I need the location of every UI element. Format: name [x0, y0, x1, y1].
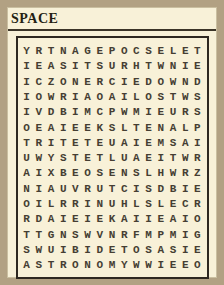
grid-cell[interactable]: U: [106, 196, 118, 211]
grid-cell[interactable]: A: [45, 59, 57, 74]
grid-cell[interactable]: I: [179, 227, 191, 242]
grid-cell[interactable]: H: [130, 59, 142, 74]
grid-cell[interactable]: I: [69, 89, 81, 104]
grid-cell[interactable]: N: [57, 227, 69, 242]
grid-cell[interactable]: Z: [191, 166, 203, 181]
grid-cell[interactable]: A: [106, 89, 118, 104]
grid-cell[interactable]: I: [57, 120, 69, 135]
grid-cell[interactable]: S: [142, 196, 154, 211]
grid-cell[interactable]: L: [130, 89, 142, 104]
grid-cell[interactable]: C: [94, 105, 106, 120]
grid-cell[interactable]: E: [106, 166, 118, 181]
grid-cell[interactable]: E: [94, 135, 106, 150]
grid-cell[interactable]: S: [94, 166, 106, 181]
grid-cell[interactable]: A: [69, 43, 81, 58]
grid-cell[interactable]: L: [118, 120, 130, 135]
grid-cell[interactable]: E: [69, 135, 81, 150]
grid-cell[interactable]: A: [118, 212, 130, 227]
grid-cell[interactable]: I: [45, 135, 57, 150]
grid-cell[interactable]: E: [191, 181, 203, 196]
grid-cell[interactable]: W: [33, 242, 45, 257]
grid-cell[interactable]: O: [118, 43, 130, 58]
grid-cell[interactable]: A: [45, 181, 57, 196]
grid-cell[interactable]: R: [179, 166, 191, 181]
grid-cell[interactable]: E: [179, 258, 191, 273]
grid-cell[interactable]: I: [179, 181, 191, 196]
grid-cell[interactable]: O: [33, 89, 45, 104]
grid-cell[interactable]: Y: [21, 43, 33, 58]
grid-cell[interactable]: P: [106, 43, 118, 58]
grid-cell[interactable]: N: [57, 43, 69, 58]
grid-cell[interactable]: R: [191, 150, 203, 165]
grid-cell[interactable]: W: [130, 258, 142, 273]
grid-cell[interactable]: G: [81, 43, 93, 58]
grid-cell[interactable]: M: [106, 258, 118, 273]
grid-cell[interactable]: L: [130, 196, 142, 211]
grid-cell[interactable]: E: [81, 120, 93, 135]
grid-cell[interactable]: I: [57, 242, 69, 257]
grid-cell[interactable]: S: [142, 242, 154, 257]
grid-cell[interactable]: D: [94, 242, 106, 257]
grid-cell[interactable]: A: [81, 89, 93, 104]
grid-cell[interactable]: R: [118, 59, 130, 74]
grid-cell[interactable]: L: [155, 196, 167, 211]
grid-cell[interactable]: T: [130, 120, 142, 135]
grid-cell[interactable]: O: [191, 212, 203, 227]
grid-cell[interactable]: D: [191, 74, 203, 89]
grid-cell[interactable]: E: [81, 150, 93, 165]
grid-cell[interactable]: T: [94, 150, 106, 165]
grid-cell[interactable]: W: [45, 89, 57, 104]
grid-cell[interactable]: O: [81, 166, 93, 181]
title-underline: [8, 29, 216, 31]
grid-cell[interactable]: W: [33, 150, 45, 165]
grid-cell[interactable]: L: [179, 120, 191, 135]
grid-cell[interactable]: I: [130, 212, 142, 227]
grid-cell[interactable]: G: [45, 227, 57, 242]
grid-cell[interactable]: E: [167, 196, 179, 211]
grid-cell[interactable]: U: [57, 181, 69, 196]
grid-cell[interactable]: N: [69, 74, 81, 89]
grid-cell[interactable]: E: [81, 74, 93, 89]
grid-cell[interactable]: I: [179, 212, 191, 227]
grid-cell[interactable]: O: [155, 74, 167, 89]
grid-cell[interactable]: W: [155, 59, 167, 74]
grid-cell[interactable]: T: [21, 227, 33, 242]
grid-cell[interactable]: A: [130, 150, 142, 165]
grid-cell[interactable]: I: [21, 89, 33, 104]
grid-cell[interactable]: A: [167, 212, 179, 227]
grid-cell[interactable]: I: [142, 105, 154, 120]
grid-cell[interactable]: I: [118, 89, 130, 104]
grid-cell[interactable]: T: [45, 43, 57, 58]
grid-cell[interactable]: M: [155, 135, 167, 150]
grid-cell[interactable]: S: [142, 181, 154, 196]
grid-cell[interactable]: I: [155, 150, 167, 165]
grid-cell[interactable]: W: [179, 150, 191, 165]
grid-cell[interactable]: H: [155, 166, 167, 181]
grid-cell[interactable]: V: [33, 105, 45, 120]
grid-cell[interactable]: I: [81, 212, 93, 227]
grid-cell[interactable]: B: [69, 242, 81, 257]
grid-cell[interactable]: E: [69, 212, 81, 227]
grid-cell[interactable]: R: [191, 196, 203, 211]
grid-cell[interactable]: E: [69, 166, 81, 181]
grid-cell[interactable]: N: [167, 59, 179, 74]
grid-cell[interactable]: X: [45, 166, 57, 181]
grid-cell[interactable]: S: [167, 242, 179, 257]
grid-cell[interactable]: N: [106, 227, 118, 242]
grid-cell[interactable]: T: [81, 59, 93, 74]
grid-cell[interactable]: E: [69, 120, 81, 135]
grid-cell[interactable]: A: [179, 135, 191, 150]
grid-cell[interactable]: M: [130, 105, 142, 120]
grid-cell[interactable]: O: [21, 196, 33, 211]
grid-cell[interactable]: W: [81, 227, 93, 242]
grid-cell[interactable]: I: [21, 74, 33, 89]
grid-cell[interactable]: E: [130, 74, 142, 89]
grid-cell[interactable]: G: [191, 227, 203, 242]
grid-cell[interactable]: R: [33, 135, 45, 150]
grid-cell[interactable]: W: [167, 74, 179, 89]
grid-cell[interactable]: O: [94, 89, 106, 104]
puzzle-page: SPACE YRTNAGEPOCSELETIEASITSURHTWNIEICZO…: [7, 7, 217, 278]
grid-cell[interactable]: I: [33, 181, 45, 196]
grid-cell[interactable]: U: [106, 135, 118, 150]
grid-cell[interactable]: I: [33, 166, 45, 181]
grid-cell[interactable]: M: [81, 105, 93, 120]
grid-cell[interactable]: S: [142, 43, 154, 58]
grid-cell[interactable]: D: [45, 105, 57, 120]
grid-cell[interactable]: O: [57, 74, 69, 89]
grid-cell[interactable]: I: [130, 135, 142, 150]
grid-cell[interactable]: D: [142, 74, 154, 89]
grid-cell[interactable]: E: [94, 212, 106, 227]
grid-cell[interactable]: E: [155, 105, 167, 120]
grid-cell[interactable]: E: [179, 43, 191, 58]
letter-grid: YRTNAGEPOCSELETIEASITSURHTWNIEICZONERCIE…: [21, 43, 204, 272]
grid-cell[interactable]: I: [155, 258, 167, 273]
grid-cell[interactable]: R: [57, 258, 69, 273]
grid-cell[interactable]: T: [191, 43, 203, 58]
grid-cell[interactable]: Y: [45, 150, 57, 165]
grid-cell[interactable]: I: [57, 212, 69, 227]
grid-cell[interactable]: S: [33, 258, 45, 273]
grid-cell[interactable]: E: [33, 120, 45, 135]
grid-cell[interactable]: R: [81, 181, 93, 196]
grid-cell[interactable]: C: [118, 181, 130, 196]
grid-cell[interactable]: E: [142, 120, 154, 135]
grid-cell[interactable]: N: [94, 196, 106, 211]
grid-cell[interactable]: T: [45, 258, 57, 273]
grid-cell[interactable]: I: [179, 59, 191, 74]
grid-cell[interactable]: S: [191, 105, 203, 120]
grid-cell[interactable]: A: [21, 166, 33, 181]
grid-cell[interactable]: U: [21, 150, 33, 165]
grid-cell[interactable]: W: [118, 105, 130, 120]
grid-cell[interactable]: A: [167, 120, 179, 135]
grid-cell[interactable]: E: [106, 242, 118, 257]
grid-cell[interactable]: E: [167, 258, 179, 273]
grid-cell[interactable]: T: [167, 150, 179, 165]
grid-cell[interactable]: O: [69, 258, 81, 273]
grid-cell[interactable]: P: [191, 120, 203, 135]
grid-cell[interactable]: I: [179, 242, 191, 257]
grid-cell[interactable]: V: [69, 181, 81, 196]
grid-cell[interactable]: P: [155, 227, 167, 242]
grid-cell[interactable]: C: [106, 74, 118, 89]
grid-cell[interactable]: E: [155, 212, 167, 227]
grid-cell[interactable]: E: [94, 43, 106, 58]
grid-cell[interactable]: W: [142, 258, 154, 273]
grid-cell[interactable]: R: [57, 196, 69, 211]
grid-cell[interactable]: L: [167, 43, 179, 58]
grid-cell[interactable]: I: [191, 135, 203, 150]
grid-cell[interactable]: S: [191, 89, 203, 104]
grid-cell[interactable]: P: [106, 105, 118, 120]
grid-cell[interactable]: T: [167, 89, 179, 104]
grid-cell[interactable]: F: [130, 227, 142, 242]
grid-cell[interactable]: R: [69, 196, 81, 211]
grid-cell[interactable]: A: [45, 120, 57, 135]
grid-cell[interactable]: U: [167, 105, 179, 120]
grid-cell[interactable]: T: [118, 242, 130, 257]
grid-cell[interactable]: O: [191, 258, 203, 273]
grid-cell[interactable]: T: [106, 181, 118, 196]
grid-cell[interactable]: A: [155, 242, 167, 257]
grid-cell[interactable]: C: [179, 196, 191, 211]
grid-cell[interactable]: I: [81, 242, 93, 257]
grid-cell[interactable]: A: [45, 212, 57, 227]
grid-cell[interactable]: N: [21, 181, 33, 196]
grid-cell[interactable]: R: [94, 74, 106, 89]
grid-cell[interactable]: E: [191, 242, 203, 257]
page-title: SPACE: [7, 7, 217, 28]
grid-cell[interactable]: B: [57, 166, 69, 181]
grid-cell[interactable]: B: [57, 105, 69, 120]
grid-cell[interactable]: S: [106, 120, 118, 135]
grid-cell[interactable]: N: [179, 74, 191, 89]
grid-cell[interactable]: M: [167, 227, 179, 242]
grid-cell[interactable]: T: [142, 59, 154, 74]
grid-cell[interactable]: I: [21, 59, 33, 74]
grid-cell[interactable]: S: [130, 166, 142, 181]
grid-cell[interactable]: E: [155, 43, 167, 58]
grid-cell[interactable]: B: [167, 181, 179, 196]
grid-cell[interactable]: T: [69, 150, 81, 165]
grid-cell[interactable]: D: [33, 212, 45, 227]
grid-cell[interactable]: I: [69, 59, 81, 74]
grid-cell[interactable]: N: [118, 166, 130, 181]
grid-cell[interactable]: C: [130, 43, 142, 58]
grid-cell[interactable]: I: [69, 105, 81, 120]
grid-cell[interactable]: O: [142, 89, 154, 104]
grid-cell[interactable]: H: [118, 196, 130, 211]
word-search-board: YRTNAGEPOCSELETIEASITSURHTWNIEICZONERCIE…: [16, 36, 209, 278]
grid-cell[interactable]: O: [21, 120, 33, 135]
grid-cell[interactable]: S: [69, 227, 81, 242]
grid-cell[interactable]: I: [21, 105, 33, 120]
grid-cell[interactable]: D: [155, 181, 167, 196]
grid-cell[interactable]: V: [94, 227, 106, 242]
grid-cell[interactable]: T: [33, 227, 45, 242]
grid-cell[interactable]: R: [179, 105, 191, 120]
grid-cell[interactable]: U: [106, 59, 118, 74]
grid-cell[interactable]: R: [118, 227, 130, 242]
grid-cell[interactable]: U: [45, 242, 57, 257]
grid-cell[interactable]: L: [106, 150, 118, 165]
grid-cell[interactable]: W: [167, 166, 179, 181]
grid-cell[interactable]: K: [94, 120, 106, 135]
grid-cell[interactable]: A: [21, 258, 33, 273]
grid-cell[interactable]: Y: [118, 258, 130, 273]
grid-cell[interactable]: O: [94, 258, 106, 273]
grid-cell[interactable]: S: [21, 242, 33, 257]
grid-cell[interactable]: I: [142, 212, 154, 227]
grid-cell[interactable]: M: [142, 227, 154, 242]
grid-cell[interactable]: I: [130, 181, 142, 196]
grid-cell[interactable]: N: [155, 120, 167, 135]
grid-cell[interactable]: R: [57, 89, 69, 104]
grid-cell[interactable]: O: [130, 242, 142, 257]
grid-cell[interactable]: T: [57, 135, 69, 150]
grid-cell[interactable]: K: [106, 212, 118, 227]
grid-cell[interactable]: Z: [45, 74, 57, 89]
grid-cell[interactable]: I: [118, 74, 130, 89]
grid-cell[interactable]: L: [45, 196, 57, 211]
grid-cell[interactable]: W: [179, 89, 191, 104]
grid-cell[interactable]: R: [33, 43, 45, 58]
grid-cell[interactable]: E: [191, 59, 203, 74]
grid-cell[interactable]: S: [167, 135, 179, 150]
grid-cell[interactable]: N: [81, 258, 93, 273]
grid-cell[interactable]: I: [33, 196, 45, 211]
grid-cell[interactable]: U: [118, 150, 130, 165]
grid-cell[interactable]: S: [57, 59, 69, 74]
grid-cell[interactable]: A: [118, 135, 130, 150]
grid-cell[interactable]: L: [142, 166, 154, 181]
grid-cell[interactable]: E: [33, 59, 45, 74]
grid-cell[interactable]: R: [21, 212, 33, 227]
grid-cell[interactable]: E: [142, 135, 154, 150]
grid-cell[interactable]: E: [142, 150, 154, 165]
grid-cell[interactable]: I: [81, 196, 93, 211]
grid-cell[interactable]: S: [155, 89, 167, 104]
grid-cell[interactable]: C: [33, 74, 45, 89]
grid-cell[interactable]: U: [94, 181, 106, 196]
grid-cell[interactable]: T: [81, 135, 93, 150]
grid-cell[interactable]: T: [21, 135, 33, 150]
grid-cell[interactable]: S: [94, 59, 106, 74]
grid-cell[interactable]: S: [57, 150, 69, 165]
